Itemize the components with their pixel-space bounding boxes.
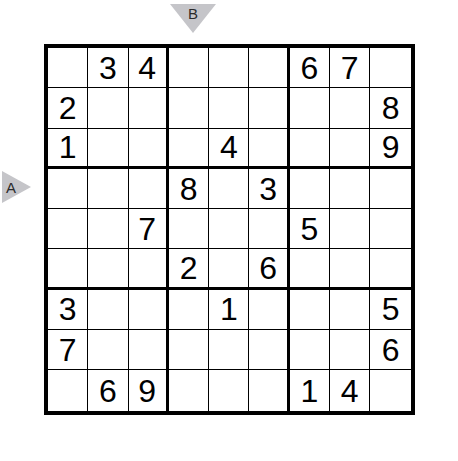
cell-r9c3[interactable]: 9 [129,370,169,410]
cell-r5c5[interactable] [209,209,249,249]
cell-r2c5[interactable] [209,88,249,128]
cell-r6c8[interactable] [330,249,370,289]
puzzle-canvas: B A 346728149837526315766914 [0,0,458,461]
cell-r2c7[interactable] [290,88,330,128]
cell-r9c9[interactable] [370,370,410,410]
cell-r3c5[interactable]: 4 [209,129,249,169]
cell-r5c9[interactable] [370,209,410,249]
cell-r8c4[interactable] [169,330,209,370]
cell-r4c9[interactable] [370,169,410,209]
cell-r1c5[interactable] [209,48,249,88]
cell-r2c9[interactable]: 8 [370,88,410,128]
cell-r8c1[interactable]: 7 [48,330,88,370]
cell-r4c3[interactable] [129,169,169,209]
cell-r7c5[interactable]: 1 [209,290,249,330]
cell-r1c4[interactable] [169,48,209,88]
cell-r6c1[interactable] [48,249,88,289]
cell-r8c9[interactable]: 6 [370,330,410,370]
cell-r1c6[interactable] [249,48,289,88]
cell-r7c9[interactable]: 5 [370,290,410,330]
cell-r3c4[interactable] [169,129,209,169]
cell-r9c2[interactable]: 6 [88,370,128,410]
cell-r3c2[interactable] [88,129,128,169]
cell-r1c3[interactable]: 4 [129,48,169,88]
cell-r5c3[interactable]: 7 [129,209,169,249]
cell-r3c9[interactable]: 9 [370,129,410,169]
cell-r2c8[interactable] [330,88,370,128]
cell-r6c5[interactable] [209,249,249,289]
cell-r7c2[interactable] [88,290,128,330]
cell-r2c6[interactable] [249,88,289,128]
cell-r9c7[interactable]: 1 [290,370,330,410]
cell-r8c5[interactable] [209,330,249,370]
marker-a-label: A [6,179,16,196]
cell-r6c7[interactable] [290,249,330,289]
cell-r3c8[interactable] [330,129,370,169]
cell-r5c8[interactable] [330,209,370,249]
cell-r8c3[interactable] [129,330,169,370]
cell-r6c2[interactable] [88,249,128,289]
cell-r1c7[interactable]: 6 [290,48,330,88]
cell-r2c4[interactable] [169,88,209,128]
cell-r9c6[interactable] [249,370,289,410]
cell-r8c2[interactable] [88,330,128,370]
cell-r1c1[interactable] [48,48,88,88]
cell-r1c9[interactable] [370,48,410,88]
marker-a: A [2,171,31,203]
marker-b-label: B [170,5,216,22]
cell-r3c7[interactable] [290,129,330,169]
cell-r5c1[interactable] [48,209,88,249]
cell-r4c1[interactable] [48,169,88,209]
cell-r2c3[interactable] [129,88,169,128]
cell-r6c9[interactable] [370,249,410,289]
cell-r7c3[interactable] [129,290,169,330]
marker-b: B [170,4,216,33]
cell-r4c4[interactable]: 8 [169,169,209,209]
cell-r3c6[interactable] [249,129,289,169]
cell-r4c2[interactable] [88,169,128,209]
cell-r5c4[interactable] [169,209,209,249]
sudoku-board: 346728149837526315766914 [44,44,415,415]
cell-r6c4[interactable]: 2 [169,249,209,289]
cell-r6c6[interactable]: 6 [249,249,289,289]
cell-r4c5[interactable] [209,169,249,209]
cell-r8c6[interactable] [249,330,289,370]
cell-r7c4[interactable] [169,290,209,330]
cell-r4c8[interactable] [330,169,370,209]
cell-r9c1[interactable] [48,370,88,410]
cell-r2c2[interactable] [88,88,128,128]
cell-r8c8[interactable] [330,330,370,370]
cell-r9c8[interactable]: 4 [330,370,370,410]
cell-r4c6[interactable]: 3 [249,169,289,209]
cell-r2c1[interactable]: 2 [48,88,88,128]
cell-r7c8[interactable] [330,290,370,330]
cell-r7c7[interactable] [290,290,330,330]
cell-r4c7[interactable] [290,169,330,209]
cell-r5c7[interactable]: 5 [290,209,330,249]
cell-r7c6[interactable] [249,290,289,330]
cell-r3c3[interactable] [129,129,169,169]
cell-r9c5[interactable] [209,370,249,410]
cell-r1c2[interactable]: 3 [88,48,128,88]
cell-r7c1[interactable]: 3 [48,290,88,330]
cell-r6c3[interactable] [129,249,169,289]
cell-r8c7[interactable] [290,330,330,370]
cell-r1c8[interactable]: 7 [330,48,370,88]
cell-r5c6[interactable] [249,209,289,249]
cell-r9c4[interactable] [169,370,209,410]
cell-r3c1[interactable]: 1 [48,129,88,169]
cell-r5c2[interactable] [88,209,128,249]
